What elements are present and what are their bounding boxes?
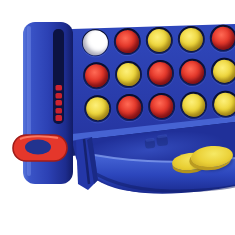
red-disc [149,95,173,119]
hole-ring [177,25,205,53]
cell-r1c2 [110,25,143,59]
connect-four-photo [0,0,235,235]
yellow-disc [85,97,109,121]
hole-ring [82,62,110,90]
cell-r1c3 [142,23,175,57]
cell-r2c2 [111,58,144,92]
cell-r3c3 [145,89,178,123]
cell-r1c5 [206,21,235,55]
yellow-disc [213,92,235,116]
cell-r2c4 [175,55,208,89]
hole-ring [115,94,143,122]
empty-hole [82,30,108,56]
hole-ring [146,60,174,88]
slot-stored-red-discs [56,85,63,121]
yellow-disc [179,28,203,52]
yellow-disc [147,29,171,53]
red-disc [117,96,141,120]
cell-r3c4 [177,88,210,122]
red-clip [13,135,67,161]
red-disc [84,64,108,88]
cell-r2c3 [143,56,176,90]
cell-r3c2 [113,91,146,125]
cell-r2c5 [207,54,235,88]
hole-ring [114,61,142,89]
hole-ring [178,58,206,86]
red-disc [148,62,172,86]
cell-r1c1 [78,26,111,60]
hole-ring [179,91,207,119]
hole-ring [147,93,175,121]
hole-ring [145,27,173,55]
hole-ring [81,29,109,57]
hole-ring [83,95,111,123]
yellow-disc [116,63,140,87]
red-disc [211,26,235,50]
cell-r3c5 [209,87,235,121]
cell-r2c1 [79,59,112,93]
board-grid [78,21,235,126]
yellow-disc [181,93,205,117]
red-disc [180,60,204,84]
hole-ring [210,57,235,85]
hole-ring [209,24,235,52]
hole-ring [113,28,141,56]
yellow-disc [212,59,235,83]
hole-ring [211,90,235,118]
cell-r3c1 [81,92,114,126]
red-disc [115,30,139,54]
cell-r1c4 [174,22,207,56]
